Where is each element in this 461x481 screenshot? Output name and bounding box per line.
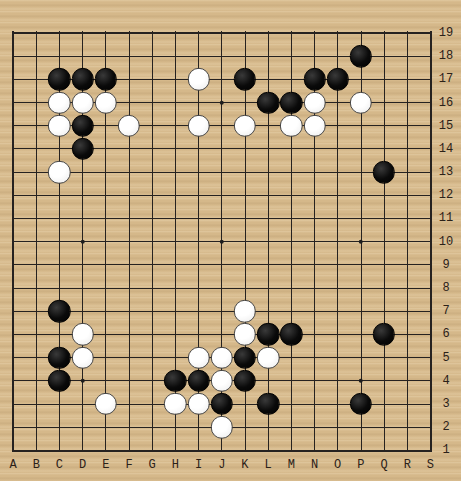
intersection-L16[interactable] [257, 91, 280, 114]
intersection-H17[interactable] [164, 68, 187, 91]
intersection-B16[interactable] [25, 91, 48, 114]
intersection-D13[interactable] [71, 161, 94, 184]
intersection-C6[interactable] [48, 323, 71, 346]
intersection-O5[interactable] [326, 346, 349, 369]
intersection-G19[interactable] [141, 21, 164, 44]
intersection-L10[interactable] [257, 230, 280, 253]
intersection-P3[interactable] [349, 392, 372, 415]
intersection-G12[interactable] [141, 184, 164, 207]
intersection-M18[interactable] [280, 45, 303, 68]
intersection-A17[interactable] [2, 68, 25, 91]
intersection-C9[interactable] [48, 253, 71, 276]
intersection-E7[interactable] [94, 300, 117, 323]
intersection-F12[interactable] [117, 184, 140, 207]
intersection-R5[interactable] [396, 346, 419, 369]
intersection-K4[interactable] [233, 369, 256, 392]
intersection-J18[interactable] [210, 45, 233, 68]
intersection-G2[interactable] [141, 416, 164, 439]
intersection-L5[interactable] [257, 346, 280, 369]
intersection-N12[interactable] [303, 184, 326, 207]
intersection-O19[interactable] [326, 21, 349, 44]
intersection-Q8[interactable] [373, 276, 396, 299]
intersection-M13[interactable] [280, 161, 303, 184]
intersection-K2[interactable] [233, 416, 256, 439]
intersection-Q10[interactable] [373, 230, 396, 253]
intersection-M19[interactable] [280, 21, 303, 44]
intersection-B3[interactable] [25, 392, 48, 415]
intersection-E13[interactable] [94, 161, 117, 184]
intersection-N9[interactable] [303, 253, 326, 276]
intersection-P10[interactable] [349, 230, 372, 253]
intersection-H19[interactable] [164, 21, 187, 44]
intersection-I9[interactable] [187, 253, 210, 276]
intersection-I10[interactable] [187, 230, 210, 253]
intersection-K3[interactable] [233, 392, 256, 415]
intersection-A10[interactable] [2, 230, 25, 253]
intersection-J6[interactable] [210, 323, 233, 346]
intersection-N5[interactable] [303, 346, 326, 369]
intersection-E3[interactable] [94, 392, 117, 415]
intersection-K16[interactable] [233, 91, 256, 114]
intersection-P17[interactable] [349, 68, 372, 91]
intersection-D17[interactable] [71, 68, 94, 91]
intersection-C12[interactable] [48, 184, 71, 207]
intersection-H4[interactable] [164, 369, 187, 392]
intersection-P5[interactable] [349, 346, 372, 369]
intersection-Q17[interactable] [373, 68, 396, 91]
intersection-H11[interactable] [164, 207, 187, 230]
intersection-C19[interactable] [48, 21, 71, 44]
intersection-O4[interactable] [326, 369, 349, 392]
intersection-B10[interactable] [25, 230, 48, 253]
intersection-R12[interactable] [396, 184, 419, 207]
intersection-I3[interactable] [187, 392, 210, 415]
intersection-A9[interactable] [2, 253, 25, 276]
intersection-G18[interactable] [141, 45, 164, 68]
intersection-A16[interactable] [2, 91, 25, 114]
intersection-E9[interactable] [94, 253, 117, 276]
intersection-A14[interactable] [2, 137, 25, 160]
intersection-P7[interactable] [349, 300, 372, 323]
intersection-I5[interactable] [187, 346, 210, 369]
intersection-K12[interactable] [233, 184, 256, 207]
intersection-B6[interactable] [25, 323, 48, 346]
intersection-P6[interactable] [349, 323, 372, 346]
intersection-D6[interactable] [71, 323, 94, 346]
intersection-M5[interactable] [280, 346, 303, 369]
intersection-N16[interactable] [303, 91, 326, 114]
intersection-F10[interactable] [117, 230, 140, 253]
intersection-J14[interactable] [210, 137, 233, 160]
intersection-A13[interactable] [2, 161, 25, 184]
intersection-D5[interactable] [71, 346, 94, 369]
intersection-N13[interactable] [303, 161, 326, 184]
intersection-Q14[interactable] [373, 137, 396, 160]
intersection-I11[interactable] [187, 207, 210, 230]
intersection-L9[interactable] [257, 253, 280, 276]
intersection-K10[interactable] [233, 230, 256, 253]
intersection-L18[interactable] [257, 45, 280, 68]
intersection-Q15[interactable] [373, 114, 396, 137]
intersection-O3[interactable] [326, 392, 349, 415]
intersection-D3[interactable] [71, 392, 94, 415]
intersection-I12[interactable] [187, 184, 210, 207]
intersection-G7[interactable] [141, 300, 164, 323]
intersection-R2[interactable] [396, 416, 419, 439]
intersection-M16[interactable] [280, 91, 303, 114]
intersection-N6[interactable] [303, 323, 326, 346]
intersection-F9[interactable] [117, 253, 140, 276]
intersection-P2[interactable] [349, 416, 372, 439]
intersection-L17[interactable] [257, 68, 280, 91]
intersection-M10[interactable] [280, 230, 303, 253]
intersection-A5[interactable] [2, 346, 25, 369]
intersection-O16[interactable] [326, 91, 349, 114]
intersection-D16[interactable] [71, 91, 94, 114]
intersection-L19[interactable] [257, 21, 280, 44]
intersection-M8[interactable] [280, 276, 303, 299]
intersection-P15[interactable] [349, 114, 372, 137]
intersection-L13[interactable] [257, 161, 280, 184]
intersection-O2[interactable] [326, 416, 349, 439]
intersection-L2[interactable] [257, 416, 280, 439]
intersection-D12[interactable] [71, 184, 94, 207]
intersection-A8[interactable] [2, 276, 25, 299]
intersection-J19[interactable] [210, 21, 233, 44]
intersection-R16[interactable] [396, 91, 419, 114]
intersection-D4[interactable] [71, 369, 94, 392]
intersection-F13[interactable] [117, 161, 140, 184]
intersection-N3[interactable] [303, 392, 326, 415]
intersection-J11[interactable] [210, 207, 233, 230]
intersection-F6[interactable] [117, 323, 140, 346]
intersection-G9[interactable] [141, 253, 164, 276]
go-board[interactable] [2, 21, 443, 462]
intersection-Q7[interactable] [373, 300, 396, 323]
intersection-R8[interactable] [396, 276, 419, 299]
intersection-H5[interactable] [164, 346, 187, 369]
intersection-Q3[interactable] [373, 392, 396, 415]
intersection-L8[interactable] [257, 276, 280, 299]
intersection-F16[interactable] [117, 91, 140, 114]
intersection-Q12[interactable] [373, 184, 396, 207]
intersection-H9[interactable] [164, 253, 187, 276]
intersection-C5[interactable] [48, 346, 71, 369]
intersection-D19[interactable] [71, 21, 94, 44]
intersection-B8[interactable] [25, 276, 48, 299]
intersection-R13[interactable] [396, 161, 419, 184]
intersection-E6[interactable] [94, 323, 117, 346]
intersection-H14[interactable] [164, 137, 187, 160]
intersection-G16[interactable] [141, 91, 164, 114]
intersection-K7[interactable] [233, 300, 256, 323]
intersection-M4[interactable] [280, 369, 303, 392]
intersection-I13[interactable] [187, 161, 210, 184]
intersection-K8[interactable] [233, 276, 256, 299]
intersection-F4[interactable] [117, 369, 140, 392]
intersection-H2[interactable] [164, 416, 187, 439]
intersection-O17[interactable] [326, 68, 349, 91]
intersection-O9[interactable] [326, 253, 349, 276]
intersection-F18[interactable] [117, 45, 140, 68]
intersection-I16[interactable] [187, 91, 210, 114]
intersection-D8[interactable] [71, 276, 94, 299]
intersection-G11[interactable] [141, 207, 164, 230]
intersection-F5[interactable] [117, 346, 140, 369]
intersection-A18[interactable] [2, 45, 25, 68]
intersection-N11[interactable] [303, 207, 326, 230]
intersection-M6[interactable] [280, 323, 303, 346]
intersection-K13[interactable] [233, 161, 256, 184]
intersection-R3[interactable] [396, 392, 419, 415]
intersection-P9[interactable] [349, 253, 372, 276]
intersection-J13[interactable] [210, 161, 233, 184]
intersection-F19[interactable] [117, 21, 140, 44]
intersection-A15[interactable] [2, 114, 25, 137]
intersection-A6[interactable] [2, 323, 25, 346]
intersection-L14[interactable] [257, 137, 280, 160]
intersection-E12[interactable] [94, 184, 117, 207]
intersection-P19[interactable] [349, 21, 372, 44]
intersection-M12[interactable] [280, 184, 303, 207]
intersection-K19[interactable] [233, 21, 256, 44]
intersection-A19[interactable] [2, 21, 25, 44]
intersection-M2[interactable] [280, 416, 303, 439]
intersection-E18[interactable] [94, 45, 117, 68]
intersection-C8[interactable] [48, 276, 71, 299]
intersection-O14[interactable] [326, 137, 349, 160]
intersection-C3[interactable] [48, 392, 71, 415]
intersection-J10[interactable] [210, 230, 233, 253]
intersection-Q5[interactable] [373, 346, 396, 369]
intersection-M17[interactable] [280, 68, 303, 91]
intersection-M11[interactable] [280, 207, 303, 230]
intersection-J16[interactable] [210, 91, 233, 114]
intersection-Q19[interactable] [373, 21, 396, 44]
intersection-J4[interactable] [210, 369, 233, 392]
intersection-H10[interactable] [164, 230, 187, 253]
intersection-A3[interactable] [2, 392, 25, 415]
intersection-R18[interactable] [396, 45, 419, 68]
intersection-I18[interactable] [187, 45, 210, 68]
intersection-J2[interactable] [210, 416, 233, 439]
intersection-P8[interactable] [349, 276, 372, 299]
intersection-E4[interactable] [94, 369, 117, 392]
intersection-J9[interactable] [210, 253, 233, 276]
intersection-I17[interactable] [187, 68, 210, 91]
intersection-B14[interactable] [25, 137, 48, 160]
intersection-K18[interactable] [233, 45, 256, 68]
intersection-D11[interactable] [71, 207, 94, 230]
intersection-R11[interactable] [396, 207, 419, 230]
intersection-N7[interactable] [303, 300, 326, 323]
intersection-C2[interactable] [48, 416, 71, 439]
intersection-E8[interactable] [94, 276, 117, 299]
intersection-R14[interactable] [396, 137, 419, 160]
intersection-J3[interactable] [210, 392, 233, 415]
intersection-D10[interactable] [71, 230, 94, 253]
intersection-B4[interactable] [25, 369, 48, 392]
intersection-B5[interactable] [25, 346, 48, 369]
intersection-L11[interactable] [257, 207, 280, 230]
intersection-R4[interactable] [396, 369, 419, 392]
intersection-J15[interactable] [210, 114, 233, 137]
intersection-L15[interactable] [257, 114, 280, 137]
intersection-H7[interactable] [164, 300, 187, 323]
intersection-B9[interactable] [25, 253, 48, 276]
intersection-B19[interactable] [25, 21, 48, 44]
intersection-R7[interactable] [396, 300, 419, 323]
intersection-O7[interactable] [326, 300, 349, 323]
intersection-E15[interactable] [94, 114, 117, 137]
intersection-M9[interactable] [280, 253, 303, 276]
intersection-E5[interactable] [94, 346, 117, 369]
intersection-G17[interactable] [141, 68, 164, 91]
intersection-K14[interactable] [233, 137, 256, 160]
intersection-J8[interactable] [210, 276, 233, 299]
intersection-M3[interactable] [280, 392, 303, 415]
intersection-O11[interactable] [326, 207, 349, 230]
intersection-L7[interactable] [257, 300, 280, 323]
intersection-E2[interactable] [94, 416, 117, 439]
intersection-O15[interactable] [326, 114, 349, 137]
intersection-I6[interactable] [187, 323, 210, 346]
intersection-K17[interactable] [233, 68, 256, 91]
intersection-O8[interactable] [326, 276, 349, 299]
intersection-R6[interactable] [396, 323, 419, 346]
intersection-R10[interactable] [396, 230, 419, 253]
intersection-L6[interactable] [257, 323, 280, 346]
intersection-K15[interactable] [233, 114, 256, 137]
intersection-A11[interactable] [2, 207, 25, 230]
intersection-K9[interactable] [233, 253, 256, 276]
intersection-E10[interactable] [94, 230, 117, 253]
intersection-L4[interactable] [257, 369, 280, 392]
intersection-N15[interactable] [303, 114, 326, 137]
intersection-G3[interactable] [141, 392, 164, 415]
intersection-E17[interactable] [94, 68, 117, 91]
intersection-N10[interactable] [303, 230, 326, 253]
intersection-P16[interactable] [349, 91, 372, 114]
intersection-A2[interactable] [2, 416, 25, 439]
intersection-C15[interactable] [48, 114, 71, 137]
intersection-B13[interactable] [25, 161, 48, 184]
intersection-G10[interactable] [141, 230, 164, 253]
intersection-F8[interactable] [117, 276, 140, 299]
intersection-D14[interactable] [71, 137, 94, 160]
intersection-C10[interactable] [48, 230, 71, 253]
intersection-H3[interactable] [164, 392, 187, 415]
intersection-P4[interactable] [349, 369, 372, 392]
intersection-N19[interactable] [303, 21, 326, 44]
intersection-B12[interactable] [25, 184, 48, 207]
intersection-H6[interactable] [164, 323, 187, 346]
intersection-B18[interactable] [25, 45, 48, 68]
intersection-I8[interactable] [187, 276, 210, 299]
intersection-C16[interactable] [48, 91, 71, 114]
intersection-D15[interactable] [71, 114, 94, 137]
intersection-F17[interactable] [117, 68, 140, 91]
intersection-G14[interactable] [141, 137, 164, 160]
intersection-K6[interactable] [233, 323, 256, 346]
intersection-C11[interactable] [48, 207, 71, 230]
intersection-R17[interactable] [396, 68, 419, 91]
intersection-F3[interactable] [117, 392, 140, 415]
intersection-H8[interactable] [164, 276, 187, 299]
intersection-A12[interactable] [2, 184, 25, 207]
intersection-Q16[interactable] [373, 91, 396, 114]
intersection-C17[interactable] [48, 68, 71, 91]
intersection-Q11[interactable] [373, 207, 396, 230]
intersection-N4[interactable] [303, 369, 326, 392]
intersection-H12[interactable] [164, 184, 187, 207]
intersection-J5[interactable] [210, 346, 233, 369]
intersection-J7[interactable] [210, 300, 233, 323]
intersection-P14[interactable] [349, 137, 372, 160]
intersection-B11[interactable] [25, 207, 48, 230]
intersection-O13[interactable] [326, 161, 349, 184]
intersection-M14[interactable] [280, 137, 303, 160]
intersection-B2[interactable] [25, 416, 48, 439]
intersection-I2[interactable] [187, 416, 210, 439]
intersection-B7[interactable] [25, 300, 48, 323]
intersection-H18[interactable] [164, 45, 187, 68]
intersection-G5[interactable] [141, 346, 164, 369]
intersection-B17[interactable] [25, 68, 48, 91]
intersection-N14[interactable] [303, 137, 326, 160]
intersection-R9[interactable] [396, 253, 419, 276]
intersection-J17[interactable] [210, 68, 233, 91]
intersection-R15[interactable] [396, 114, 419, 137]
intersection-H13[interactable] [164, 161, 187, 184]
intersection-J12[interactable] [210, 184, 233, 207]
intersection-I7[interactable] [187, 300, 210, 323]
intersection-F2[interactable] [117, 416, 140, 439]
intersection-N17[interactable] [303, 68, 326, 91]
intersection-O12[interactable] [326, 184, 349, 207]
intersection-C14[interactable] [48, 137, 71, 160]
intersection-I4[interactable] [187, 369, 210, 392]
intersection-C13[interactable] [48, 161, 71, 184]
intersection-Q9[interactable] [373, 253, 396, 276]
intersection-F7[interactable] [117, 300, 140, 323]
intersection-I14[interactable] [187, 137, 210, 160]
intersection-H15[interactable] [164, 114, 187, 137]
intersection-E11[interactable] [94, 207, 117, 230]
intersection-Q2[interactable] [373, 416, 396, 439]
intersection-G4[interactable] [141, 369, 164, 392]
intersection-O10[interactable] [326, 230, 349, 253]
intersection-K11[interactable] [233, 207, 256, 230]
intersection-G15[interactable] [141, 114, 164, 137]
intersection-C4[interactable] [48, 369, 71, 392]
intersection-N8[interactable] [303, 276, 326, 299]
intersection-P11[interactable] [349, 207, 372, 230]
intersection-H16[interactable] [164, 91, 187, 114]
intersection-I19[interactable] [187, 21, 210, 44]
intersection-D18[interactable] [71, 45, 94, 68]
intersection-A4[interactable] [2, 369, 25, 392]
intersection-K5[interactable] [233, 346, 256, 369]
intersection-F14[interactable] [117, 137, 140, 160]
intersection-N2[interactable] [303, 416, 326, 439]
intersection-B15[interactable] [25, 114, 48, 137]
intersection-F15[interactable] [117, 114, 140, 137]
intersection-O18[interactable] [326, 45, 349, 68]
intersection-E16[interactable] [94, 91, 117, 114]
intersection-G6[interactable] [141, 323, 164, 346]
intersection-G8[interactable] [141, 276, 164, 299]
